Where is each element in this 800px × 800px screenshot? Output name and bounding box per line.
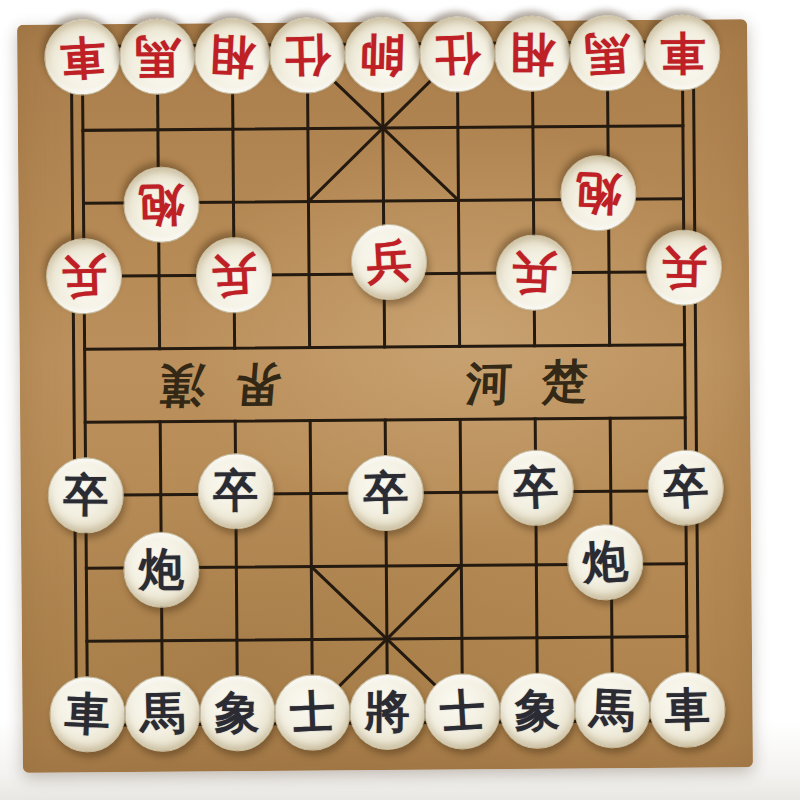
black-soldier-glyph: 卒 bbox=[63, 472, 108, 517]
red-chariot-glyph: 車 bbox=[59, 35, 107, 83]
red-horse-glyph: 馬 bbox=[135, 35, 180, 80]
piece-red-soldier[interactable]: 兵 bbox=[494, 233, 573, 312]
piece-red-soldier[interactable]: 兵 bbox=[45, 237, 123, 315]
piece-black-general[interactable]: 將 bbox=[349, 674, 426, 751]
black-soldier-glyph: 卒 bbox=[512, 463, 559, 510]
red-soldier-glyph: 兵 bbox=[365, 237, 413, 285]
piece-black-horse[interactable]: 馬 bbox=[124, 675, 202, 753]
black-soldier-glyph: 卒 bbox=[363, 469, 409, 515]
red-elephant-glyph: 相 bbox=[209, 34, 256, 81]
red-soldier-glyph: 兵 bbox=[661, 246, 707, 292]
red-advisor-glyph: 仕 bbox=[284, 34, 330, 80]
piece-black-soldier[interactable]: 卒 bbox=[47, 457, 124, 534]
piece-red-advisor[interactable]: 仕 bbox=[268, 17, 346, 95]
black-chariot-glyph: 車 bbox=[64, 690, 111, 737]
black-advisor-glyph: 士 bbox=[289, 688, 336, 735]
piece-red-soldier[interactable]: 兵 bbox=[349, 222, 429, 302]
xiangqi-board-mat: 界漢 河楚 車馬相仕帥仕相馬車炮炮兵兵兵兵兵卒卒卒卒卒炮炮車馬象士將士象馬車 bbox=[17, 19, 753, 773]
red-horse-glyph: 馬 bbox=[584, 30, 632, 78]
piece-black-cannon[interactable]: 炮 bbox=[565, 522, 645, 602]
piece-black-soldier[interactable]: 卒 bbox=[496, 448, 575, 527]
river-inscription-han-jie: 界漢 bbox=[127, 362, 283, 409]
piece-red-general[interactable]: 帥 bbox=[343, 16, 421, 94]
piece-black-elephant[interactable]: 象 bbox=[198, 674, 276, 752]
black-horse-glyph: 馬 bbox=[139, 690, 185, 736]
red-elephant-glyph: 相 bbox=[510, 32, 555, 77]
black-advisor-glyph: 士 bbox=[439, 687, 487, 735]
piece-red-horse[interactable]: 馬 bbox=[567, 13, 647, 93]
piece-black-horse[interactable]: 馬 bbox=[573, 671, 652, 750]
piece-red-cannon[interactable]: 炮 bbox=[123, 166, 201, 244]
black-chariot-glyph: 車 bbox=[664, 686, 710, 732]
red-chariot-glyph: 車 bbox=[660, 31, 705, 76]
piece-black-soldier[interactable]: 卒 bbox=[197, 453, 274, 530]
black-soldier-glyph: 卒 bbox=[662, 463, 710, 511]
piece-black-cannon[interactable]: 炮 bbox=[123, 531, 200, 608]
black-cannon-glyph: 炮 bbox=[139, 546, 184, 591]
red-general-glyph: 帥 bbox=[359, 33, 405, 79]
red-cannon-glyph: 炮 bbox=[575, 171, 622, 218]
piece-black-advisor[interactable]: 士 bbox=[273, 673, 352, 752]
red-soldier-glyph: 兵 bbox=[211, 253, 258, 300]
black-general-glyph: 將 bbox=[365, 688, 410, 733]
piece-red-soldier[interactable]: 兵 bbox=[194, 236, 273, 315]
black-elephant-glyph: 象 bbox=[515, 687, 560, 732]
piece-black-elephant[interactable]: 象 bbox=[499, 673, 576, 750]
piece-red-advisor[interactable]: 仕 bbox=[418, 15, 497, 94]
piece-red-chariot[interactable]: 車 bbox=[644, 14, 721, 91]
black-soldier-glyph: 卒 bbox=[213, 467, 258, 512]
piece-red-horse[interactable]: 馬 bbox=[119, 18, 196, 95]
piece-black-chariot[interactable]: 車 bbox=[48, 675, 127, 754]
piece-black-chariot[interactable]: 車 bbox=[649, 671, 727, 749]
black-horse-glyph: 馬 bbox=[589, 686, 636, 733]
red-advisor-glyph: 仕 bbox=[434, 32, 481, 79]
piece-red-soldier[interactable]: 兵 bbox=[645, 229, 723, 307]
black-cannon-glyph: 炮 bbox=[581, 537, 629, 585]
piece-red-elephant[interactable]: 相 bbox=[193, 17, 272, 96]
piece-red-elephant[interactable]: 相 bbox=[494, 15, 571, 92]
red-cannon-glyph: 炮 bbox=[138, 183, 184, 229]
black-elephant-glyph: 象 bbox=[214, 689, 260, 735]
red-soldier-glyph: 兵 bbox=[511, 250, 558, 297]
piece-black-soldier[interactable]: 卒 bbox=[347, 454, 425, 532]
river-inscription-chu-he: 河楚 bbox=[465, 357, 619, 407]
photo-backdrop: 界漢 河楚 車馬相仕帥仕相馬車炮炮兵兵兵兵兵卒卒卒卒卒炮炮車馬象士將士象馬車 bbox=[0, 0, 800, 800]
piece-red-cannon[interactable]: 炮 bbox=[559, 154, 638, 233]
piece-black-advisor[interactable]: 士 bbox=[422, 671, 502, 751]
piece-red-chariot[interactable]: 車 bbox=[42, 17, 122, 97]
piece-black-soldier[interactable]: 卒 bbox=[646, 447, 726, 527]
red-soldier-glyph: 兵 bbox=[61, 254, 107, 300]
